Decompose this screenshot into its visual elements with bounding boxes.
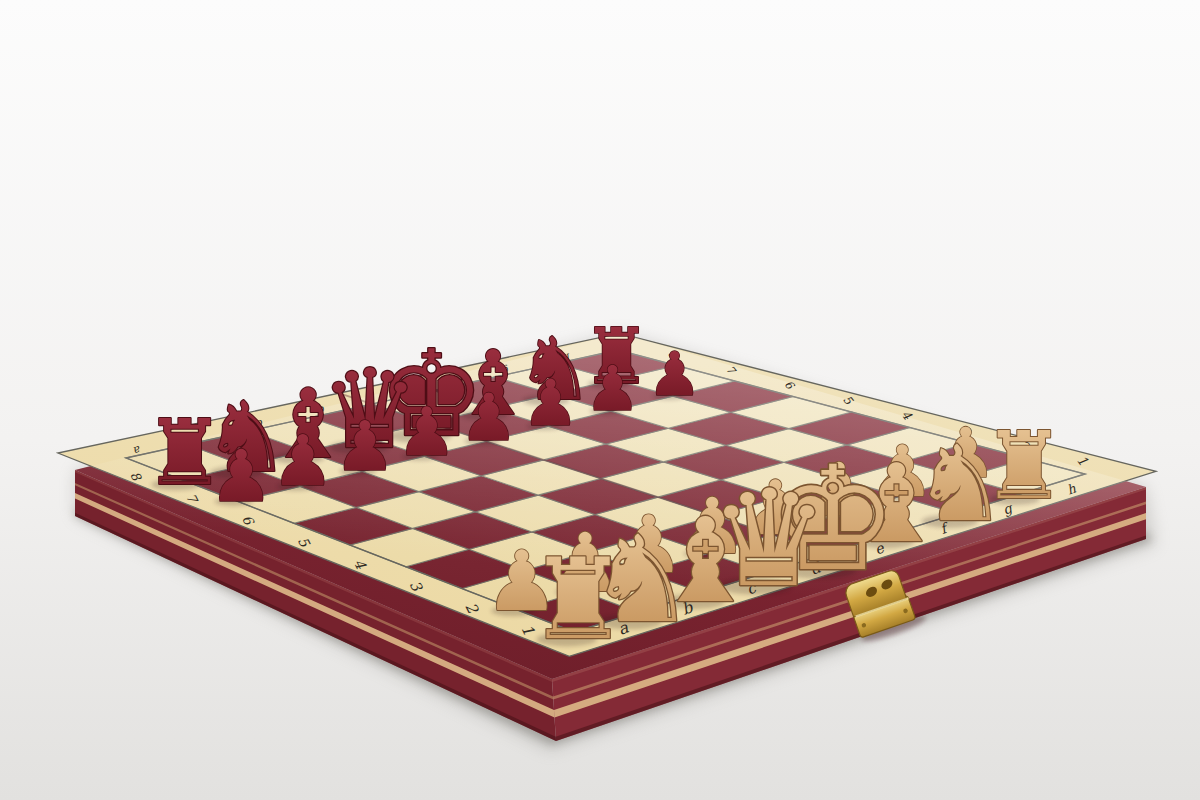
rook-glyph: ♜ <box>528 534 629 664</box>
pawn-glyph: ♟ <box>209 435 273 518</box>
piece-red-pawn-g7: ♟ <box>585 352 641 425</box>
chessboard-product-photo: abcdefghabcdefgh1234567812345678 ♜ ♟ ♞ ♟… <box>0 0 1200 800</box>
chess-board: abcdefghabcdefgh1234567812345678 ♜ ♟ ♞ ♟… <box>0 0 1200 800</box>
pawn-glyph: ♟ <box>585 352 641 425</box>
piece-red-pawn-f7: ♟ <box>522 366 579 440</box>
pawn-glyph: ♟ <box>397 393 457 471</box>
piece-red-pawn-h7: ♟ <box>648 339 702 409</box>
piece-red-pawn-c7: ♟ <box>334 407 395 486</box>
pawn-glyph: ♟ <box>648 339 702 409</box>
piece-red-pawn-d7: ♟ <box>397 393 457 471</box>
pawn-glyph: ♟ <box>334 407 395 486</box>
piece-red-pawn-b7: ♟ <box>272 420 335 501</box>
pawn-glyph: ♟ <box>522 366 579 440</box>
pawn-glyph: ♟ <box>460 379 518 455</box>
piece-red-pawn-e7: ♟ <box>460 379 518 455</box>
piece-red-pawn-a7: ♟ <box>209 435 273 518</box>
pawn-glyph: ♟ <box>272 420 335 501</box>
piece-natural-rook-a1: ♜ <box>528 534 629 664</box>
